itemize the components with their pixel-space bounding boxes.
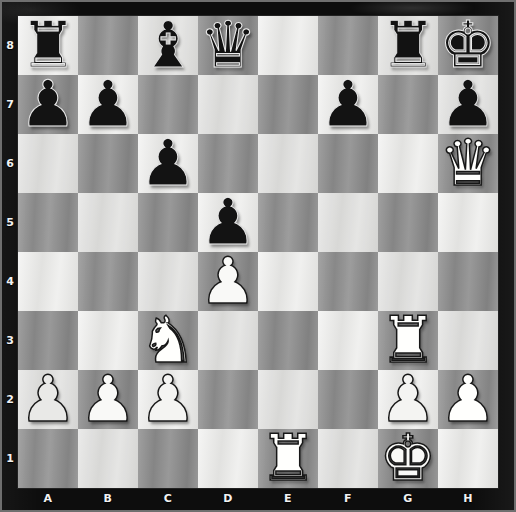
rank-label-7: 7 (2, 75, 18, 134)
black-pawn[interactable]: ♟ (79, 72, 136, 136)
square-c2[interactable]: ♟ (138, 370, 198, 429)
rank-label-3: 3 (2, 311, 18, 370)
file-labels: ABCDEFGH (18, 489, 498, 508)
square-e3[interactable] (258, 311, 318, 370)
square-b1[interactable] (78, 429, 138, 488)
black-rook[interactable]: ♜ (379, 13, 436, 77)
file-label-h: H (438, 489, 498, 508)
chess-board[interactable]: ♜♝♛♜♚♟♟♟♟♟♛♟♟♞♜♟♟♟♟♟♜♚ (18, 16, 498, 488)
square-f5[interactable] (318, 193, 378, 252)
file-label-d: D (198, 489, 258, 508)
rank-labels: 87654321 (2, 16, 18, 488)
square-d2[interactable] (198, 370, 258, 429)
square-d8[interactable]: ♛ (198, 16, 258, 75)
file-label-f: F (318, 489, 378, 508)
rank-label-8: 8 (2, 16, 18, 75)
square-c5[interactable] (138, 193, 198, 252)
black-bishop[interactable]: ♝ (139, 13, 196, 77)
file-label-e: E (258, 489, 318, 508)
square-a1[interactable] (18, 429, 78, 488)
square-e7[interactable] (258, 75, 318, 134)
square-h2[interactable]: ♟ (438, 370, 498, 429)
square-g7[interactable] (378, 75, 438, 134)
square-b2[interactable]: ♟ (78, 370, 138, 429)
file-label-b: B (78, 489, 138, 508)
black-pawn[interactable]: ♟ (319, 72, 376, 136)
square-d3[interactable] (198, 311, 258, 370)
square-e1[interactable]: ♜ (258, 429, 318, 488)
rank-label-5: 5 (2, 193, 18, 252)
white-pawn[interactable]: ♟ (199, 249, 256, 313)
square-e6[interactable] (258, 134, 318, 193)
square-h6[interactable]: ♛ (438, 134, 498, 193)
square-h4[interactable] (438, 252, 498, 311)
square-c8[interactable]: ♝ (138, 16, 198, 75)
white-pawn[interactable]: ♟ (439, 367, 496, 431)
white-pawn[interactable]: ♟ (79, 367, 136, 431)
rank-label-2: 2 (2, 370, 18, 429)
square-f3[interactable] (318, 311, 378, 370)
square-g6[interactable] (378, 134, 438, 193)
square-f7[interactable]: ♟ (318, 75, 378, 134)
black-pawn[interactable]: ♟ (19, 72, 76, 136)
square-c1[interactable] (138, 429, 198, 488)
square-b5[interactable] (78, 193, 138, 252)
rank-label-4: 4 (2, 252, 18, 311)
white-pawn[interactable]: ♟ (19, 367, 76, 431)
square-d1[interactable] (198, 429, 258, 488)
square-e5[interactable] (258, 193, 318, 252)
white-queen[interactable]: ♛ (439, 131, 496, 195)
file-label-c: C (138, 489, 198, 508)
square-e8[interactable] (258, 16, 318, 75)
square-h1[interactable] (438, 429, 498, 488)
white-king[interactable]: ♚ (379, 426, 436, 490)
square-f6[interactable] (318, 134, 378, 193)
square-a6[interactable] (18, 134, 78, 193)
file-label-a: A (18, 489, 78, 508)
square-g8[interactable]: ♜ (378, 16, 438, 75)
square-c6[interactable]: ♟ (138, 134, 198, 193)
square-a7[interactable]: ♟ (18, 75, 78, 134)
square-a4[interactable] (18, 252, 78, 311)
square-g5[interactable] (378, 193, 438, 252)
rank-label-6: 6 (2, 134, 18, 193)
square-b6[interactable] (78, 134, 138, 193)
black-pawn[interactable]: ♟ (139, 131, 196, 195)
square-d7[interactable] (198, 75, 258, 134)
square-b4[interactable] (78, 252, 138, 311)
black-queen[interactable]: ♛ (199, 13, 256, 77)
white-rook[interactable]: ♜ (259, 426, 316, 490)
square-b7[interactable]: ♟ (78, 75, 138, 134)
square-f2[interactable] (318, 370, 378, 429)
square-f4[interactable] (318, 252, 378, 311)
square-d4[interactable]: ♟ (198, 252, 258, 311)
square-a5[interactable] (18, 193, 78, 252)
square-e4[interactable] (258, 252, 318, 311)
file-label-g: G (378, 489, 438, 508)
rank-label-1: 1 (2, 429, 18, 488)
square-f1[interactable] (318, 429, 378, 488)
chessboard-frame: 87654321 ♜♝♛♜♚♟♟♟♟♟♛♟♟♞♜♟♟♟♟♟♜♚ ABCDEFGH (0, 0, 516, 512)
square-h5[interactable] (438, 193, 498, 252)
square-a2[interactable]: ♟ (18, 370, 78, 429)
white-pawn[interactable]: ♟ (139, 367, 196, 431)
square-g1[interactable]: ♚ (378, 429, 438, 488)
